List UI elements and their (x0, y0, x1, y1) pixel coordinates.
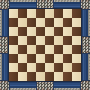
square-b7[interactable] (18, 18, 27, 27)
square-c2[interactable] (27, 63, 36, 72)
square-g4[interactable] (63, 45, 72, 54)
square-c7[interactable] (27, 18, 36, 27)
square-h4[interactable] (72, 45, 81, 54)
square-e6[interactable] (45, 27, 54, 36)
square-g1[interactable] (63, 72, 72, 81)
mosaic-center-right (81, 37, 90, 53)
square-h1[interactable] (72, 72, 81, 81)
square-h8[interactable] (72, 9, 81, 18)
square-f4[interactable] (54, 45, 63, 54)
square-g6[interactable] (63, 27, 72, 36)
square-d1[interactable] (36, 72, 45, 81)
mosaic-center-top (37, 0, 53, 9)
square-b5[interactable] (18, 36, 27, 45)
square-a3[interactable] (9, 54, 18, 63)
square-a5[interactable] (9, 36, 18, 45)
square-f6[interactable] (54, 27, 63, 36)
square-e5[interactable] (45, 36, 54, 45)
mosaic-center-bottom (37, 81, 53, 90)
square-c4[interactable] (27, 45, 36, 54)
mosaic-corner-top-right (81, 0, 90, 9)
mosaic-corner-bottom-left (0, 81, 9, 90)
square-e8[interactable] (45, 9, 54, 18)
square-g3[interactable] (63, 54, 72, 63)
square-g2[interactable] (63, 63, 72, 72)
square-f2[interactable] (54, 63, 63, 72)
square-c8[interactable] (27, 9, 36, 18)
square-a1[interactable] (9, 72, 18, 81)
square-f5[interactable] (54, 36, 63, 45)
square-e7[interactable] (45, 18, 54, 27)
square-h6[interactable] (72, 27, 81, 36)
square-h5[interactable] (72, 36, 81, 45)
square-g7[interactable] (63, 18, 72, 27)
mosaic-corner-top-left (0, 0, 9, 9)
square-h2[interactable] (72, 63, 81, 72)
square-f3[interactable] (54, 54, 63, 63)
square-d5[interactable] (36, 36, 45, 45)
square-f7[interactable] (54, 18, 63, 27)
square-d8[interactable] (36, 9, 45, 18)
square-d6[interactable] (36, 27, 45, 36)
square-a7[interactable] (9, 18, 18, 27)
square-b8[interactable] (18, 9, 27, 18)
mosaic-corner-bottom-right (81, 81, 90, 90)
board-squares (9, 9, 81, 81)
square-b3[interactable] (18, 54, 27, 63)
square-c3[interactable] (27, 54, 36, 63)
square-e2[interactable] (45, 63, 54, 72)
square-f1[interactable] (54, 72, 63, 81)
square-d2[interactable] (36, 63, 45, 72)
square-a6[interactable] (9, 27, 18, 36)
square-c6[interactable] (27, 27, 36, 36)
square-d7[interactable] (36, 18, 45, 27)
square-e3[interactable] (45, 54, 54, 63)
mosaic-center-left (0, 37, 9, 53)
square-h3[interactable] (72, 54, 81, 63)
square-b6[interactable] (18, 27, 27, 36)
square-c1[interactable] (27, 72, 36, 81)
chess-board (0, 0, 90, 90)
square-f8[interactable] (54, 9, 63, 18)
square-a8[interactable] (9, 9, 18, 18)
square-h7[interactable] (72, 18, 81, 27)
square-a2[interactable] (9, 63, 18, 72)
square-d4[interactable] (36, 45, 45, 54)
square-b1[interactable] (18, 72, 27, 81)
square-a4[interactable] (9, 45, 18, 54)
square-g8[interactable] (63, 9, 72, 18)
square-b2[interactable] (18, 63, 27, 72)
square-g5[interactable] (63, 36, 72, 45)
square-b4[interactable] (18, 45, 27, 54)
square-c5[interactable] (27, 36, 36, 45)
square-e1[interactable] (45, 72, 54, 81)
square-d3[interactable] (36, 54, 45, 63)
square-e4[interactable] (45, 45, 54, 54)
